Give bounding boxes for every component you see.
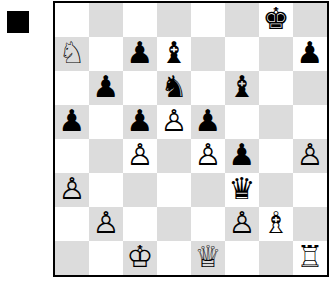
black-to-move-indicator	[7, 11, 29, 33]
square-b7[interactable]	[89, 37, 123, 71]
square-g7[interactable]	[259, 37, 293, 71]
white-pawn: ♙	[127, 139, 154, 172]
white-pawn: ♙	[229, 207, 256, 240]
square-c8[interactable]	[123, 3, 157, 37]
black-pawn: ♟	[93, 71, 120, 104]
square-f5[interactable]	[225, 105, 259, 139]
square-b4[interactable]	[89, 139, 123, 173]
square-e4[interactable]: ♙	[191, 139, 225, 173]
square-g4[interactable]	[259, 139, 293, 173]
square-e8[interactable]	[191, 3, 225, 37]
square-d7[interactable]: ♝	[157, 37, 191, 71]
white-rook: ♖	[297, 241, 324, 274]
black-queen: ♛	[229, 173, 256, 206]
white-pawn: ♙	[93, 207, 120, 240]
square-c7[interactable]: ♟	[123, 37, 157, 71]
black-pawn: ♟	[127, 37, 154, 70]
white-pawn: ♙	[195, 139, 222, 172]
white-bishop: ♗	[263, 207, 290, 240]
square-b1[interactable]	[89, 241, 123, 275]
square-e5[interactable]: ♟	[191, 105, 225, 139]
square-h2[interactable]	[293, 207, 327, 241]
square-d6[interactable]: ♞	[157, 71, 191, 105]
square-g2[interactable]: ♗	[259, 207, 293, 241]
black-knight: ♞	[161, 71, 188, 104]
square-a3[interactable]: ♙	[55, 173, 89, 207]
square-e1[interactable]: ♕	[191, 241, 225, 275]
square-e3[interactable]	[191, 173, 225, 207]
square-h3[interactable]	[293, 173, 327, 207]
square-d4[interactable]	[157, 139, 191, 173]
black-pawn: ♟	[229, 139, 256, 172]
square-b8[interactable]	[89, 3, 123, 37]
square-h1[interactable]: ♖	[293, 241, 327, 275]
square-f7[interactable]	[225, 37, 259, 71]
square-c2[interactable]	[123, 207, 157, 241]
black-bishop: ♝	[161, 37, 188, 70]
black-king: ♚	[263, 3, 290, 36]
square-g1[interactable]	[259, 241, 293, 275]
square-a2[interactable]	[55, 207, 89, 241]
square-c5[interactable]: ♟	[123, 105, 157, 139]
square-e2[interactable]	[191, 207, 225, 241]
square-d8[interactable]	[157, 3, 191, 37]
black-bishop: ♝	[229, 71, 256, 104]
chess-board: ♚♘♟♝♟♟♞♝♟♟♙♟♙♙♟♙♙♛♙♙♗♔♕♖	[53, 1, 329, 277]
square-h5[interactable]	[293, 105, 327, 139]
square-a8[interactable]	[55, 3, 89, 37]
square-g6[interactable]	[259, 71, 293, 105]
square-d5[interactable]: ♙	[157, 105, 191, 139]
square-b2[interactable]: ♙	[89, 207, 123, 241]
square-a7[interactable]: ♘	[55, 37, 89, 71]
square-d1[interactable]	[157, 241, 191, 275]
white-pawn: ♙	[161, 105, 188, 138]
square-a6[interactable]	[55, 71, 89, 105]
black-pawn: ♟	[59, 105, 86, 138]
square-h4[interactable]: ♙	[293, 139, 327, 173]
black-pawn: ♟	[195, 105, 222, 138]
square-h6[interactable]	[293, 71, 327, 105]
white-king: ♔	[127, 241, 154, 274]
square-h7[interactable]: ♟	[293, 37, 327, 71]
square-f8[interactable]	[225, 3, 259, 37]
square-e6[interactable]	[191, 71, 225, 105]
white-queen: ♕	[195, 241, 222, 274]
square-g3[interactable]	[259, 173, 293, 207]
square-d3[interactable]	[157, 173, 191, 207]
white-pawn: ♙	[59, 173, 86, 206]
square-f2[interactable]: ♙	[225, 207, 259, 241]
square-b3[interactable]	[89, 173, 123, 207]
square-g8[interactable]: ♚	[259, 3, 293, 37]
square-b5[interactable]	[89, 105, 123, 139]
square-f6[interactable]: ♝	[225, 71, 259, 105]
square-g5[interactable]	[259, 105, 293, 139]
square-d2[interactable]	[157, 207, 191, 241]
black-pawn: ♟	[297, 37, 324, 70]
square-a4[interactable]	[55, 139, 89, 173]
square-a1[interactable]	[55, 241, 89, 275]
square-c1[interactable]: ♔	[123, 241, 157, 275]
square-e7[interactable]	[191, 37, 225, 71]
white-pawn: ♙	[297, 139, 324, 172]
white-knight: ♘	[59, 37, 86, 70]
square-h8[interactable]	[293, 3, 327, 37]
square-c4[interactable]: ♙	[123, 139, 157, 173]
square-a5[interactable]: ♟	[55, 105, 89, 139]
black-pawn: ♟	[127, 105, 154, 138]
chess-diagram: ♚♘♟♝♟♟♞♝♟♟♙♟♙♙♟♙♙♛♙♙♗♔♕♖	[0, 0, 332, 285]
square-f3[interactable]: ♛	[225, 173, 259, 207]
square-c6[interactable]	[123, 71, 157, 105]
square-f1[interactable]	[225, 241, 259, 275]
square-c3[interactable]	[123, 173, 157, 207]
square-f4[interactable]: ♟	[225, 139, 259, 173]
square-b6[interactable]: ♟	[89, 71, 123, 105]
